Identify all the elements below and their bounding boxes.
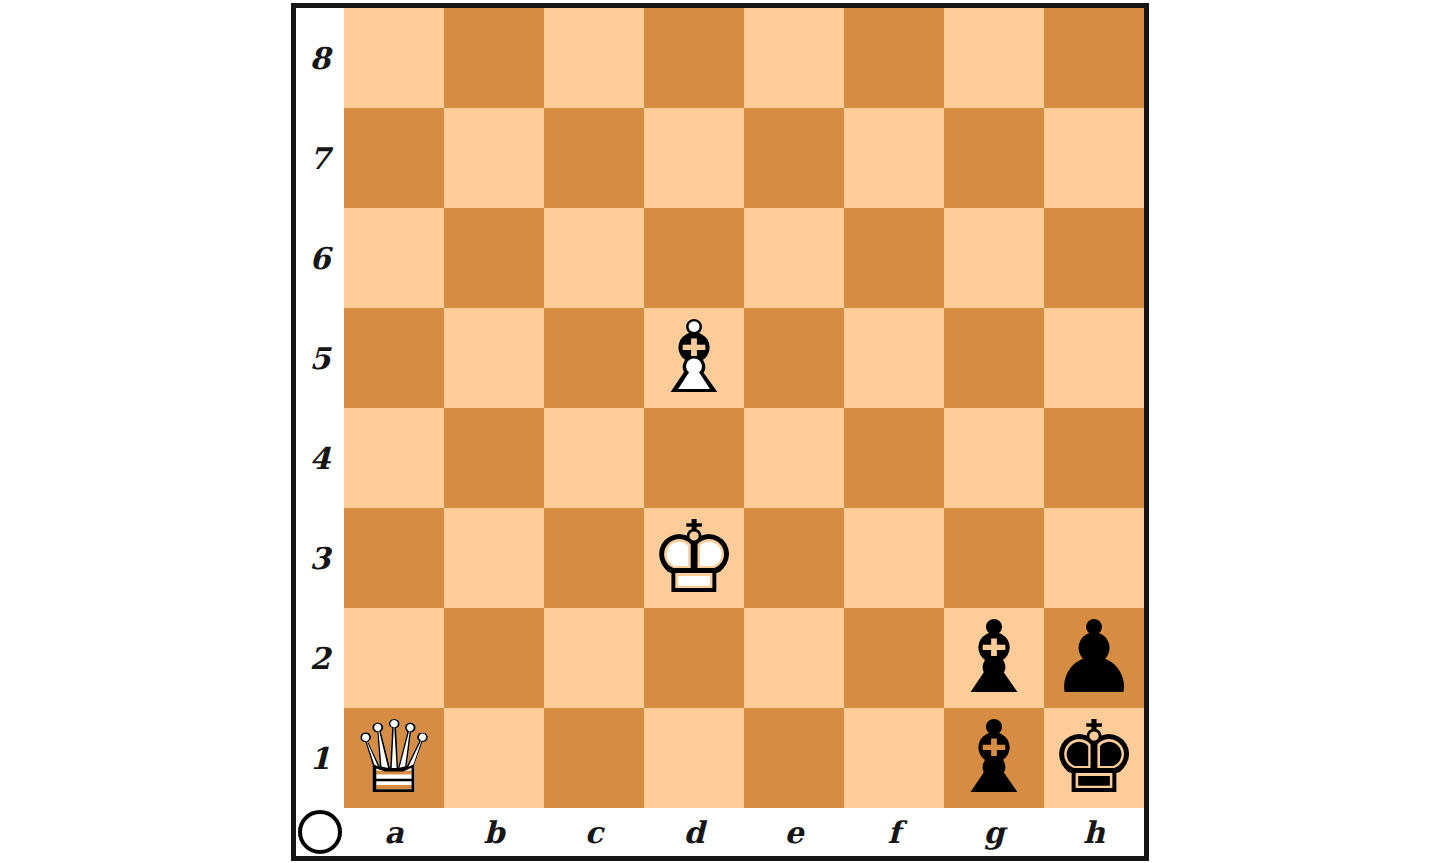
- black-pawn-h2[interactable]: ♟: [1044, 608, 1144, 708]
- rank-label-7: 7: [296, 108, 344, 208]
- piece-glyph: ♝: [944, 608, 1044, 708]
- piece-outline-glyph: ♕: [344, 708, 444, 808]
- square-g1[interactable]: ♝: [944, 708, 1044, 808]
- corner-cell: [296, 808, 344, 856]
- file-label-c: c: [544, 808, 644, 856]
- square-e1[interactable]: [744, 708, 844, 808]
- rank-labels: 87654321: [296, 8, 344, 808]
- square-a4[interactable]: [344, 408, 444, 508]
- square-h5[interactable]: [1044, 308, 1144, 408]
- square-b7[interactable]: [444, 108, 544, 208]
- rank-label-5: 5: [296, 308, 344, 408]
- square-e6[interactable]: [744, 208, 844, 308]
- square-f5[interactable]: [844, 308, 944, 408]
- black-king-h1[interactable]: ♚: [1044, 708, 1144, 808]
- rank-label-6: 6: [296, 208, 344, 308]
- square-d4[interactable]: [644, 408, 744, 508]
- square-f4[interactable]: [844, 408, 944, 508]
- square-h6[interactable]: [1044, 208, 1144, 308]
- page-background: 87654321 ♝♗♚♔♝♟♛♕♝♚ abcdefgh: [0, 0, 1442, 863]
- chess-diagram: 87654321 ♝♗♚♔♝♟♛♕♝♚ abcdefgh: [291, 3, 1149, 861]
- white-queen-a1[interactable]: ♛♕: [344, 708, 444, 808]
- square-b8[interactable]: [444, 8, 544, 108]
- square-h8[interactable]: [1044, 8, 1144, 108]
- square-h1[interactable]: ♚: [1044, 708, 1144, 808]
- square-g2[interactable]: ♝: [944, 608, 1044, 708]
- square-h3[interactable]: [1044, 508, 1144, 608]
- square-f1[interactable]: [844, 708, 944, 808]
- square-c4[interactable]: [544, 408, 644, 508]
- square-b4[interactable]: [444, 408, 544, 508]
- rank-label-4: 4: [296, 408, 344, 508]
- square-b5[interactable]: [444, 308, 544, 408]
- square-e5[interactable]: [744, 308, 844, 408]
- chess-board: ♝♗♚♔♝♟♛♕♝♚: [344, 8, 1144, 808]
- square-f7[interactable]: [844, 108, 944, 208]
- square-e8[interactable]: [744, 8, 844, 108]
- square-d1[interactable]: [644, 708, 744, 808]
- square-d5[interactable]: ♝♗: [644, 308, 744, 408]
- square-b1[interactable]: [444, 708, 544, 808]
- square-a7[interactable]: [344, 108, 444, 208]
- file-label-f: f: [844, 808, 944, 856]
- square-g8[interactable]: [944, 8, 1044, 108]
- square-d3[interactable]: ♚♔: [644, 508, 744, 608]
- file-label-d: d: [644, 808, 744, 856]
- rank-label-8: 8: [296, 8, 344, 108]
- square-d2[interactable]: [644, 608, 744, 708]
- square-a6[interactable]: [344, 208, 444, 308]
- square-e7[interactable]: [744, 108, 844, 208]
- black-bishop-g1[interactable]: ♝: [944, 708, 1044, 808]
- square-h2[interactable]: ♟: [1044, 608, 1144, 708]
- square-c3[interactable]: [544, 508, 644, 608]
- rank-label-1: 1: [296, 708, 344, 808]
- square-b3[interactable]: [444, 508, 544, 608]
- square-a8[interactable]: [344, 8, 444, 108]
- square-a5[interactable]: [344, 308, 444, 408]
- square-d8[interactable]: [644, 8, 744, 108]
- square-d6[interactable]: [644, 208, 744, 308]
- rank-label-2: 2: [296, 608, 344, 708]
- square-g5[interactable]: [944, 308, 1044, 408]
- file-label-e: e: [744, 808, 844, 856]
- square-c2[interactable]: [544, 608, 644, 708]
- square-c7[interactable]: [544, 108, 644, 208]
- square-f6[interactable]: [844, 208, 944, 308]
- square-f2[interactable]: [844, 608, 944, 708]
- square-c6[interactable]: [544, 208, 644, 308]
- piece-glyph: ♚: [1044, 708, 1144, 808]
- square-a1[interactable]: ♛♕: [344, 708, 444, 808]
- square-c8[interactable]: [544, 8, 644, 108]
- square-c1[interactable]: [544, 708, 644, 808]
- square-f8[interactable]: [844, 8, 944, 108]
- square-f3[interactable]: [844, 508, 944, 608]
- square-g3[interactable]: [944, 508, 1044, 608]
- white-king-d3[interactable]: ♚♔: [644, 508, 744, 608]
- square-e3[interactable]: [744, 508, 844, 608]
- white-to-move-indicator: [298, 810, 342, 854]
- square-g6[interactable]: [944, 208, 1044, 308]
- square-c5[interactable]: [544, 308, 644, 408]
- piece-glyph: ♟: [1044, 608, 1144, 708]
- file-label-b: b: [444, 808, 544, 856]
- square-b2[interactable]: [444, 608, 544, 708]
- square-h4[interactable]: [1044, 408, 1144, 508]
- black-bishop-g2[interactable]: ♝: [944, 608, 1044, 708]
- square-g7[interactable]: [944, 108, 1044, 208]
- piece-outline-glyph: ♔: [644, 508, 744, 608]
- square-e4[interactable]: [744, 408, 844, 508]
- square-g4[interactable]: [944, 408, 1044, 508]
- piece-glyph: ♝: [944, 708, 1044, 808]
- square-d7[interactable]: [644, 108, 744, 208]
- white-bishop-d5[interactable]: ♝♗: [644, 308, 744, 408]
- square-h7[interactable]: [1044, 108, 1144, 208]
- square-a3[interactable]: [344, 508, 444, 608]
- square-b6[interactable]: [444, 208, 544, 308]
- piece-outline-glyph: ♗: [644, 308, 744, 408]
- square-e2[interactable]: [744, 608, 844, 708]
- square-a2[interactable]: [344, 608, 444, 708]
- rank-label-3: 3: [296, 508, 344, 608]
